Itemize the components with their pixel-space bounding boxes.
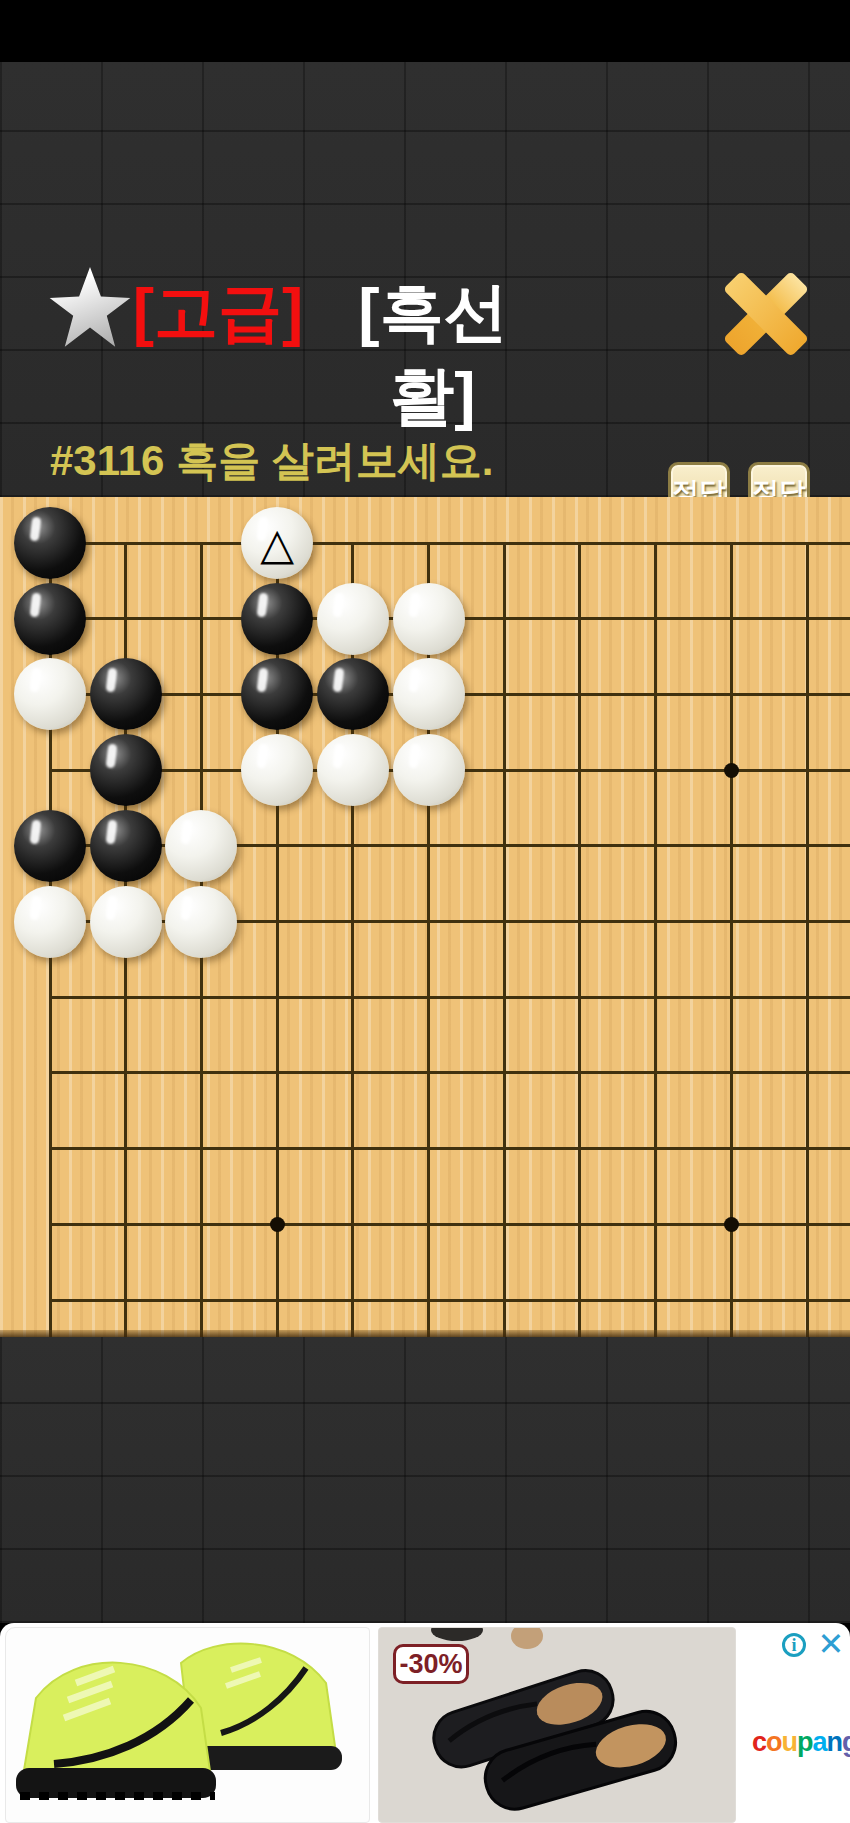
stone-highlight (257, 744, 269, 769)
green-sneakers-image (6, 1628, 369, 1822)
white-stone (241, 734, 313, 806)
stone-highlight (105, 744, 117, 769)
ad-product-sneakers[interactable] (5, 1627, 370, 1823)
white-stone (90, 886, 162, 958)
ad-product-loafers[interactable]: -30% (378, 1627, 736, 1823)
coupang-logo-letter: o (766, 1727, 782, 1757)
problem-title: #3116 흑을 살려보세요. (50, 437, 750, 487)
go-puzzle-app: [고급] [흑선활] #3116 흑을 살려보세요. 백이 △로 젖혀온 장면이… (0, 0, 850, 1823)
black-stone (317, 658, 389, 730)
stone-highlight (181, 819, 193, 844)
level-label: [고급] (128, 270, 308, 356)
board-grid-hline (50, 1147, 850, 1150)
white-stone (317, 583, 389, 655)
coupang-logo-letter: n (827, 1727, 843, 1757)
status-bar (0, 0, 850, 62)
white-stone (14, 658, 86, 730)
coupang-logo-letter: p (797, 1727, 813, 1757)
stone-highlight (30, 592, 42, 617)
star-point (270, 1217, 285, 1232)
black-stone (14, 507, 86, 579)
board-grid-vline (806, 543, 809, 1337)
stone-highlight (408, 744, 420, 769)
board-grid-hline (50, 1071, 850, 1074)
white-stone (393, 658, 465, 730)
triangle-mark: △ (241, 507, 313, 579)
stone-highlight (30, 517, 42, 542)
white-stone (165, 810, 237, 882)
coupang-logo-letter: a (813, 1727, 827, 1757)
coupang-logo-letter: u (782, 1727, 798, 1757)
white-stone (393, 734, 465, 806)
stone-highlight (30, 895, 42, 920)
coupang-logo-letter: g (842, 1727, 850, 1757)
problem-type-label: [흑선활] (318, 270, 548, 356)
stone-highlight (332, 668, 344, 693)
star-point (724, 763, 739, 778)
star-icon[interactable] (48, 267, 132, 351)
board-grid-hline (50, 542, 850, 545)
footer-panel: 버그 ↻ 연습 ◆정답률: 14% ◆오답 1회 후 정답률: 37% (0, 1337, 850, 1623)
board-grid-vline (503, 543, 506, 1337)
white-stone (317, 734, 389, 806)
star-point (724, 1217, 739, 1232)
stone-highlight (332, 744, 344, 769)
stone-highlight (181, 895, 193, 920)
stone-highlight (332, 592, 344, 617)
stone-highlight (257, 592, 269, 617)
ad-info-icon[interactable]: i (782, 1633, 806, 1657)
black-stone (90, 658, 162, 730)
black-stone (90, 810, 162, 882)
go-board[interactable]: △ (0, 497, 850, 1337)
white-stone (393, 583, 465, 655)
board-grid-vline (578, 543, 581, 1337)
white-stone (14, 886, 86, 958)
black-stone (14, 810, 86, 882)
white-stone (165, 886, 237, 958)
black-stone (14, 583, 86, 655)
stone-highlight (105, 895, 117, 920)
black-stone (241, 583, 313, 655)
ad-close-icon[interactable]: ✕ (814, 1627, 848, 1661)
board-grid-hline (50, 1299, 850, 1302)
board-grid-hline (50, 996, 850, 999)
black-stone (241, 658, 313, 730)
coupang-logo[interactable]: coupang (752, 1722, 848, 1762)
stone-highlight (105, 668, 117, 693)
ad-banner[interactable]: -30% (0, 1623, 850, 1823)
coupang-logo-letter: c (752, 1727, 766, 1757)
stone-highlight (408, 668, 420, 693)
stone-highlight (257, 668, 269, 693)
discount-badge: -30% (393, 1644, 469, 1684)
board-bottom-edge (0, 1330, 850, 1337)
stone-highlight (30, 668, 42, 693)
header-panel: [고급] [흑선활] #3116 흑을 살려보세요. 백이 △로 젖혀온 장면이… (0, 62, 850, 497)
stone-highlight (105, 819, 117, 844)
black-stone (90, 734, 162, 806)
close-icon[interactable] (722, 270, 808, 356)
white-stone-marked: △ (241, 507, 313, 579)
stone-highlight (30, 819, 42, 844)
stone-highlight (408, 592, 420, 617)
board-grid-vline (654, 543, 657, 1337)
